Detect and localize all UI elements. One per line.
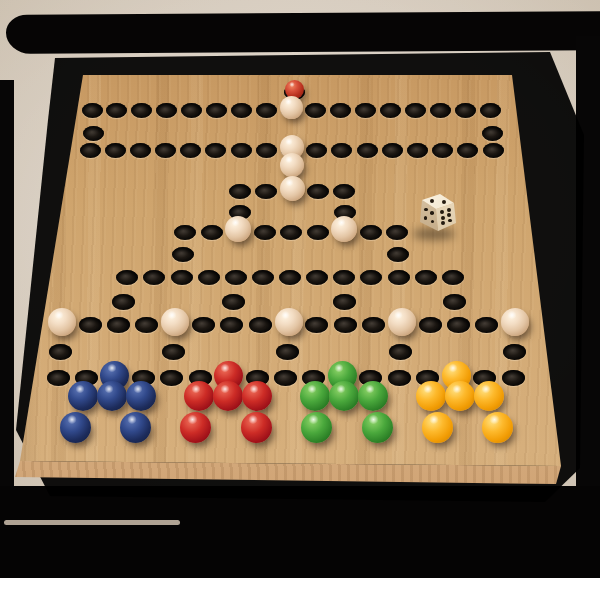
hole-fifth-row-c13[interactable] [388,270,410,285]
white-barricade-fourth-row-c7[interactable] [225,216,251,242]
hole-top-row-c17[interactable] [480,103,501,118]
hole-top-row-c11[interactable] [330,103,351,118]
hole-second-row-c5[interactable] [180,143,201,158]
hole-fourth-row-c13[interactable] [386,225,408,240]
hole-edge-connectors-c1[interactable] [83,126,104,141]
yellow-marble-base-bottom-c16[interactable] [482,412,513,443]
green-marble-base-bottom-c10[interactable] [301,412,332,443]
hole-second-row-c3[interactable] [130,143,151,158]
die-pip-front_right [440,210,444,214]
red-marble-base-bottom-c6[interactable] [180,412,211,443]
white-barricade-sixth-row-c1[interactable] [48,308,76,336]
hole-edge-connectors-c17[interactable] [482,126,503,141]
hole-top-row-c13[interactable] [380,103,401,118]
hole-sixth-row-c16[interactable] [475,317,498,333]
green-marble-base-top-c10[interactable] [300,381,330,411]
white-barricade-sixth-row-c9[interactable] [275,308,303,336]
hole-fifth-row-c12[interactable] [360,270,382,285]
white-barricade-sixth-row-c17[interactable] [501,308,529,336]
die-pip-front_right [447,213,451,217]
hole-seventh-row-c13[interactable] [388,370,411,386]
hole-top-row-c5[interactable] [181,103,202,118]
hole-fifth-row-c8[interactable] [252,270,274,285]
hole-fourth-row-c8[interactable] [254,225,276,240]
hole-seventh-row-c1[interactable] [47,370,70,386]
hole-third-row-c10[interactable] [307,184,329,199]
hole-fourth-row-c9[interactable] [280,225,302,240]
hole-third-row-c11[interactable] [333,184,355,199]
hole-fourth-row-c5[interactable] [174,225,196,240]
hole-second-row-c12[interactable] [357,143,378,158]
hole-top-row-c15[interactable] [430,103,451,118]
hole-fifth-row-c7[interactable] [225,270,247,285]
hole-top-row-c2[interactable] [106,103,127,118]
hole-sixth-row-c10[interactable] [305,317,328,333]
die-pip-top [442,200,446,204]
hole-connectors-5-6-c11[interactable] [333,294,356,310]
die-pip-front_right [448,219,452,223]
hole-connectors-6-7-c1[interactable] [49,344,72,360]
hole-fifth-row-c9[interactable] [279,270,301,285]
blue-marble-base-top-c2[interactable] [68,381,98,411]
hole-second-row-c17[interactable] [483,143,504,158]
hole-sixth-row-c15[interactable] [447,317,470,333]
die-pip-top [430,199,434,203]
hole-connectors-4-5-c5[interactable] [172,247,194,262]
hole-top-row-c1[interactable] [82,103,103,118]
white-barricade-sixth-row-c13[interactable] [388,308,416,336]
hole-connectors-6-7-c13[interactable] [389,344,412,360]
hole-top-row-c3[interactable] [131,103,152,118]
die-pip-front_right [441,216,445,220]
blue-marble-base-bottom-c2[interactable] [60,412,91,443]
hole-second-row-c14[interactable] [407,143,428,158]
hole-connectors-4-5-c13[interactable] [387,247,409,262]
die-pip-front_left [431,220,435,224]
hole-connectors-6-7-c5[interactable] [162,344,185,360]
hole-second-row-c15[interactable] [432,143,453,158]
hole-second-row-c1[interactable] [80,143,101,158]
hole-fifth-row-c11[interactable] [333,270,355,285]
die-pip-front_left [430,211,434,215]
hole-connectors-5-6-c3[interactable] [112,294,135,310]
die-pip-front_left [424,216,428,220]
hole-sixth-row-c12[interactable] [362,317,385,333]
yellow-marble-base-top-c14[interactable] [416,381,446,411]
pieces-layer [0,0,600,600]
hole-connectors-6-7-c9[interactable] [276,344,299,360]
hole-top-row-c8[interactable] [256,103,277,118]
white-barricade-sixth-row-c5[interactable] [161,308,189,336]
red-marble-base-top-c7[interactable] [213,381,243,411]
hole-connectors-5-6-c7[interactable] [222,294,245,310]
hole-fifth-row-c3[interactable] [116,270,138,285]
hole-fifth-row-c4[interactable] [143,270,165,285]
hole-second-row-c2[interactable] [105,143,126,158]
hole-top-row-c12[interactable] [355,103,376,118]
hole-fifth-row-c6[interactable] [198,270,220,285]
blue-marble-base-top-c4[interactable] [126,381,156,411]
blue-marble-base-top-c3[interactable] [97,381,127,411]
hole-fifth-row-c5[interactable] [171,270,193,285]
hole-second-row-c6[interactable] [205,143,226,158]
hole-seventh-row-c5[interactable] [160,370,183,386]
yellow-marble-base-bottom-c14[interactable] [422,412,453,443]
hole-sixth-row-c2[interactable] [79,317,102,333]
green-marble-base-top-c11[interactable] [329,381,359,411]
white-barricade-top-row-c9[interactable] [280,96,303,119]
hole-top-row-c14[interactable] [405,103,426,118]
hole-top-row-c7[interactable] [231,103,252,118]
hole-second-row-c16[interactable] [457,143,478,158]
hole-fifth-row-c14[interactable] [415,270,437,285]
hole-sixth-row-c4[interactable] [135,317,158,333]
white-barricade-center-connector-c9[interactable] [280,153,304,177]
hole-fifth-row-c10[interactable] [306,270,328,285]
hole-sixth-row-c3[interactable] [107,317,130,333]
hole-sixth-row-c14[interactable] [419,317,442,333]
hole-sixth-row-c11[interactable] [334,317,357,333]
hole-second-row-c11[interactable] [331,143,352,158]
die-pip-front_right [441,221,445,225]
yellow-marble-base-top-c16[interactable] [474,381,504,411]
hole-fourth-row-c6[interactable] [201,225,223,240]
green-marble-base-bottom-c12[interactable] [362,412,393,443]
hole-seventh-row-c17[interactable] [502,370,525,386]
white-barricade-third-row-c9[interactable] [280,176,305,201]
hole-fourth-row-c12[interactable] [360,225,382,240]
hole-top-row-c4[interactable] [156,103,177,118]
hole-second-row-c7[interactable] [231,143,252,158]
green-marble-base-top-c12[interactable] [358,381,388,411]
yellow-marble-base-top-c15[interactable] [445,381,475,411]
hole-connectors-5-6-c15[interactable] [443,294,466,310]
white-barricade-fourth-row-c11[interactable] [331,216,357,242]
photo-canvas [0,0,600,600]
hole-sixth-row-c8[interactable] [249,317,272,333]
red-marble-base-top-c8[interactable] [242,381,272,411]
hole-fifth-row-c15[interactable] [442,270,464,285]
hole-second-row-c10[interactable] [306,143,327,158]
hole-connectors-6-7-c17[interactable] [503,344,526,360]
red-marble-base-top-c6[interactable] [184,381,214,411]
die[interactable] [415,193,461,235]
hole-fourth-row-c10[interactable] [307,225,329,240]
hole-top-row-c16[interactable] [455,103,476,118]
hole-second-row-c4[interactable] [155,143,176,158]
hole-second-row-c13[interactable] [382,143,403,158]
die-pip-front_left [424,208,428,212]
hole-second-row-c8[interactable] [256,143,277,158]
hole-third-row-c8[interactable] [255,184,277,199]
hole-sixth-row-c6[interactable] [192,317,215,333]
red-marble-base-bottom-c8[interactable] [241,412,272,443]
blue-marble-base-bottom-c4[interactable] [120,412,151,443]
hole-third-row-c7[interactable] [229,184,251,199]
hole-top-row-c10[interactable] [305,103,326,118]
hole-top-row-c6[interactable] [206,103,227,118]
hole-seventh-row-c9[interactable] [274,370,297,386]
die-pip-front_right [447,208,451,212]
hole-sixth-row-c7[interactable] [220,317,243,333]
